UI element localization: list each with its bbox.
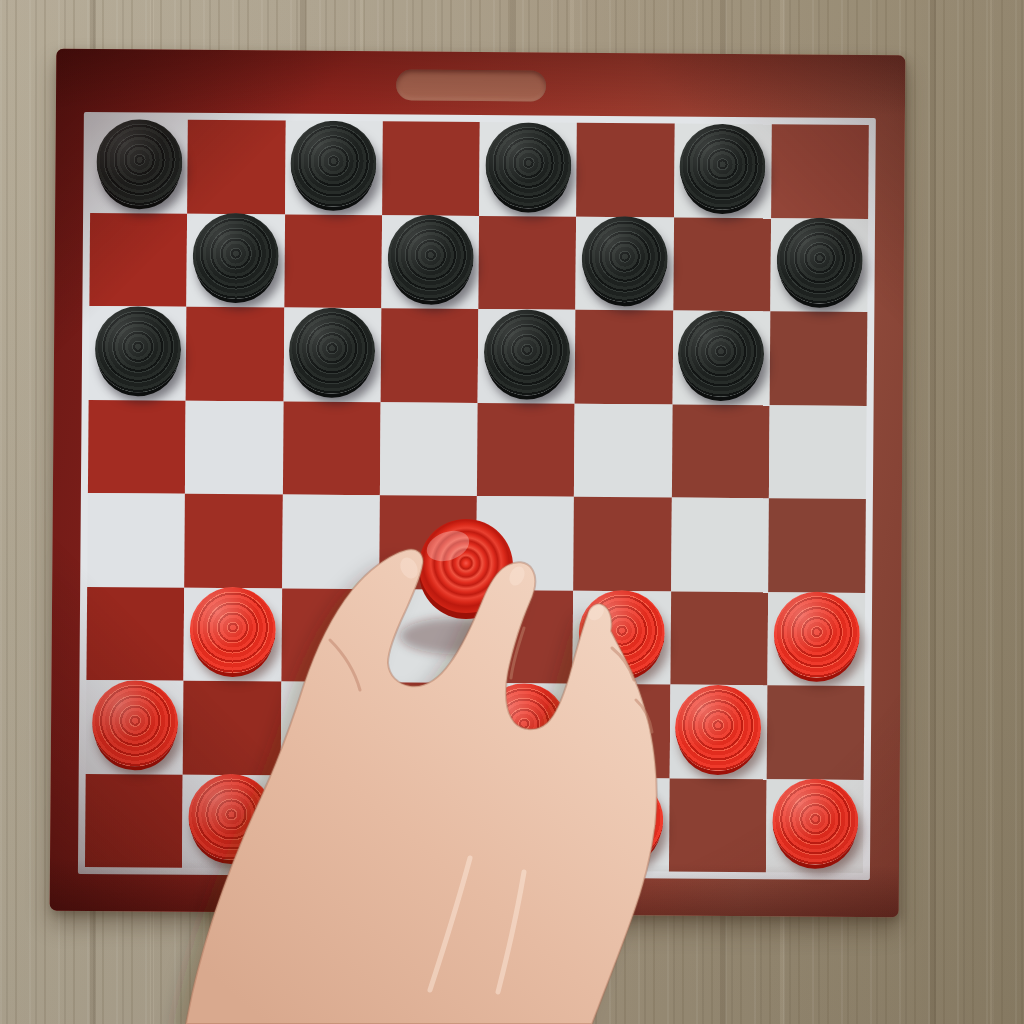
square-g5[interactable] (672, 404, 770, 498)
black-checker[interactable] (96, 119, 183, 206)
square-d7[interactable] (381, 215, 479, 309)
black-checker[interactable] (776, 218, 863, 305)
square-h8[interactable] (771, 124, 869, 218)
square-h5[interactable] (769, 405, 867, 499)
square-e2[interactable] (475, 683, 573, 777)
square-a6[interactable] (89, 306, 187, 400)
square-c3[interactable] (281, 588, 379, 682)
square-a5[interactable] (88, 399, 186, 493)
square-b8[interactable] (187, 120, 285, 214)
checkers-board (50, 49, 906, 918)
square-g1[interactable] (669, 778, 767, 872)
square-c4[interactable] (282, 494, 380, 588)
square-c6[interactable] (283, 307, 381, 401)
red-checker[interactable] (773, 592, 860, 679)
square-e4[interactable] (476, 496, 574, 590)
square-c7[interactable] (284, 214, 382, 308)
square-a7[interactable] (89, 212, 187, 306)
board-grid (85, 119, 869, 873)
handle-slot (396, 69, 546, 101)
square-g3[interactable] (670, 591, 768, 685)
black-checker[interactable] (289, 307, 376, 394)
black-checker[interactable] (680, 123, 767, 210)
square-h4[interactable] (768, 498, 866, 592)
square-e1[interactable] (474, 776, 572, 870)
square-f4[interactable] (574, 497, 672, 591)
square-d6[interactable] (381, 308, 479, 402)
square-b1[interactable] (182, 774, 280, 868)
square-c2[interactable] (280, 681, 378, 775)
square-a8[interactable] (90, 119, 188, 213)
square-a3[interactable] (86, 586, 184, 680)
square-b4[interactable] (184, 494, 282, 588)
square-e8[interactable] (479, 122, 577, 216)
square-h7[interactable] (770, 218, 868, 312)
square-a1[interactable] (85, 773, 183, 867)
square-f6[interactable] (575, 310, 673, 404)
square-a4[interactable] (87, 493, 185, 587)
square-b7[interactable] (187, 213, 285, 307)
black-checker[interactable] (582, 216, 669, 303)
square-d8[interactable] (382, 121, 480, 215)
square-d3[interactable] (378, 589, 476, 683)
square-f1[interactable] (571, 777, 669, 871)
square-b6[interactable] (186, 307, 284, 401)
square-c1[interactable] (280, 775, 378, 869)
black-checker[interactable] (94, 306, 181, 393)
square-b2[interactable] (183, 681, 281, 775)
square-g6[interactable] (672, 311, 770, 405)
wood-table-background (0, 0, 1024, 1024)
square-g7[interactable] (673, 217, 771, 311)
square-g4[interactable] (671, 498, 769, 592)
square-f2[interactable] (572, 684, 670, 778)
square-g8[interactable] (674, 124, 772, 218)
square-h3[interactable] (767, 592, 865, 686)
square-b3[interactable] (184, 587, 282, 681)
black-checker[interactable] (678, 310, 765, 397)
square-c5[interactable] (282, 401, 380, 495)
red-checker[interactable] (481, 683, 568, 770)
square-h6[interactable] (770, 311, 868, 405)
square-f3[interactable] (573, 590, 671, 684)
square-d1[interactable] (377, 776, 475, 870)
square-e5[interactable] (477, 403, 575, 497)
black-checker[interactable] (192, 213, 279, 300)
square-c8[interactable] (285, 120, 383, 214)
black-checker[interactable] (387, 215, 474, 302)
board-playing-area (78, 112, 876, 880)
square-f5[interactable] (574, 403, 672, 497)
red-checker[interactable] (91, 680, 178, 767)
square-d4[interactable] (379, 495, 477, 589)
red-checker[interactable] (675, 684, 762, 771)
red-checker[interactable] (577, 777, 664, 864)
square-e3[interactable] (476, 589, 574, 683)
red-checker[interactable] (579, 590, 666, 677)
square-f7[interactable] (576, 216, 674, 310)
black-checker[interactable] (485, 122, 572, 209)
square-e7[interactable] (479, 216, 577, 310)
black-checker[interactable] (290, 120, 377, 207)
square-a2[interactable] (86, 680, 184, 774)
red-checker[interactable] (772, 779, 859, 866)
red-checker[interactable] (188, 774, 275, 861)
square-h2[interactable] (767, 685, 865, 779)
square-h1[interactable] (766, 779, 864, 873)
square-f8[interactable] (577, 123, 675, 217)
black-checker[interactable] (484, 309, 571, 396)
square-d5[interactable] (380, 402, 478, 496)
square-e6[interactable] (478, 309, 576, 403)
square-d2[interactable] (378, 682, 476, 776)
square-g2[interactable] (669, 685, 767, 779)
square-b5[interactable] (185, 400, 283, 494)
red-checker[interactable] (189, 587, 276, 674)
